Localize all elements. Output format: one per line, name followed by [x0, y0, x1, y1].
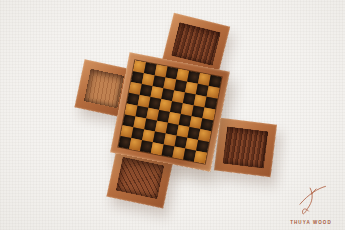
piece-tray-right-interior: [223, 127, 268, 169]
signature-flourish-icon: [294, 182, 328, 218]
board-square-h1: [194, 151, 207, 164]
board-grid: [118, 60, 221, 163]
chess-board: [110, 52, 230, 172]
product-photo-scene: THUYA WOOD: [0, 0, 345, 230]
piece-tray-bottom-interior: [116, 157, 164, 199]
piece-tray-right: [214, 118, 277, 178]
brand-logo-text: THUYA WOOD: [283, 220, 339, 225]
brand-logo: THUYA WOOD: [283, 182, 339, 225]
piece-tray-left-interior: [84, 69, 124, 108]
piece-tray-top-interior: [172, 22, 221, 65]
